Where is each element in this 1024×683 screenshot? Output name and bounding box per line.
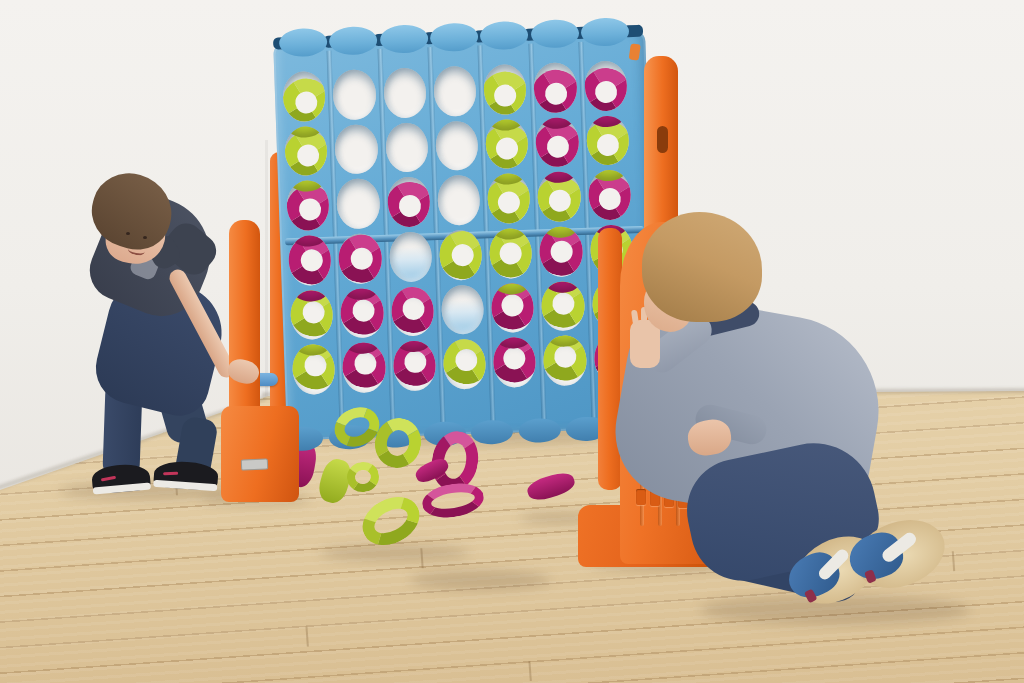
cell-r1-c5: [483, 64, 527, 115]
disc-shadow: [410, 570, 550, 590]
disc-magenta: [338, 233, 382, 284]
magenta-disc-hole: [342, 342, 386, 393]
magenta-disc-hole: [493, 337, 537, 388]
magenta-disc-hole: [535, 117, 579, 168]
magenta-disc-hole: [338, 233, 382, 284]
left-front-leg: [229, 220, 260, 436]
left-child-eye: [143, 236, 147, 239]
green-disc-hole: [537, 171, 581, 222]
cell-r4-c3: [388, 231, 432, 282]
top-hump: [279, 28, 328, 58]
cell-r2-c7: [586, 115, 630, 166]
disc-magenta: [533, 65, 577, 113]
empty-hole: [334, 124, 378, 175]
right-post-slot: [657, 126, 668, 153]
disc-green: [439, 229, 483, 280]
right-child: [592, 212, 972, 652]
cell-r3-c2: [336, 178, 380, 229]
empty-hole: [441, 284, 485, 335]
cell-r2-c2: [334, 124, 378, 175]
cell-r3-c6: [537, 171, 581, 222]
finger: [631, 310, 639, 326]
magenta-disc-hole: [584, 60, 628, 111]
empty-hole: [336, 178, 380, 229]
top-hump: [580, 17, 629, 47]
empty-hole: [435, 120, 479, 171]
cell-r2-c3: [385, 122, 429, 173]
green-disc-hole: [543, 335, 587, 386]
cell-r1-c6: [533, 62, 577, 113]
magenta-disc-hole: [387, 177, 431, 228]
cell-r1-c7: [584, 60, 628, 111]
green-disc-hole: [487, 173, 531, 224]
cell-r4-c4: [439, 229, 483, 280]
cell-r6-c4: [443, 339, 487, 390]
magenta-disc-hole: [390, 286, 434, 337]
cell-r6-c5: [493, 337, 537, 388]
cell-r5-c4: [441, 284, 485, 335]
empty-hole: [332, 69, 376, 120]
cell-r2-c4: [435, 120, 479, 171]
cell-r5-c6: [541, 281, 585, 332]
green-disc-hole: [489, 228, 533, 279]
disc-shadow: [320, 545, 470, 561]
cell-r6-c2: [342, 342, 386, 393]
disc-green: [443, 339, 487, 389]
right-child-hair: [642, 212, 762, 322]
cell-r2-c1: [284, 125, 328, 176]
cell-r5-c3: [390, 286, 434, 337]
green-disc-hole: [282, 71, 326, 122]
empty-hole: [437, 175, 481, 226]
top-hump: [329, 26, 378, 56]
magenta-disc-hole: [392, 340, 436, 391]
empty-hole: [388, 231, 432, 282]
cell-r2-c5: [485, 118, 529, 169]
corner-clip: [629, 43, 641, 60]
cell-r3-c3: [387, 177, 431, 228]
top-hump: [430, 22, 479, 52]
green-disc-hole: [485, 118, 529, 169]
cell-r6-c6: [543, 335, 587, 386]
left-child-eye: [126, 232, 130, 235]
cell-r4-c6: [539, 226, 583, 277]
top-hump: [480, 21, 529, 51]
magenta-disc-hole: [491, 282, 535, 333]
cell-r3-c4: [437, 175, 481, 226]
magenta-disc-hole: [539, 226, 583, 277]
left-leg-label: [241, 458, 269, 470]
left-leg-foot: [221, 406, 299, 502]
green-disc-hole: [483, 64, 527, 115]
empty-hole: [433, 66, 477, 117]
top-hump: [530, 19, 579, 49]
cell-r5-c2: [340, 288, 384, 339]
photo-giant-connect-four: [0, 0, 1024, 683]
cell-r1-c2: [332, 69, 376, 120]
cell-r4-c2: [338, 233, 382, 284]
cell-r6-c3: [392, 340, 436, 391]
empty-hole: [385, 122, 429, 173]
cell-r3-c5: [487, 173, 531, 224]
green-disc-hole: [439, 229, 483, 280]
green-disc-hole: [586, 115, 630, 166]
green-disc-hole: [541, 281, 585, 332]
empty-hole: [383, 67, 427, 118]
top-hump: [379, 24, 428, 54]
left-child-shoe: [91, 463, 151, 495]
disc-green: [483, 67, 527, 115]
green-disc-hole: [443, 339, 487, 390]
cell-r1-c1: [282, 71, 326, 122]
green-disc-hole: [284, 125, 328, 176]
cell-r4-c5: [489, 228, 533, 279]
cell-r1-c4: [433, 66, 477, 117]
disc-green: [282, 73, 326, 121]
magenta-disc-hole: [340, 288, 384, 339]
disc-magenta: [390, 286, 434, 337]
magenta-disc-hole: [533, 62, 577, 113]
disc-magenta: [584, 63, 628, 111]
cell-r1-c3: [383, 67, 427, 118]
cell-r5-c5: [491, 282, 535, 333]
cell-r2-c6: [535, 117, 579, 168]
disc-magenta: [387, 177, 431, 227]
